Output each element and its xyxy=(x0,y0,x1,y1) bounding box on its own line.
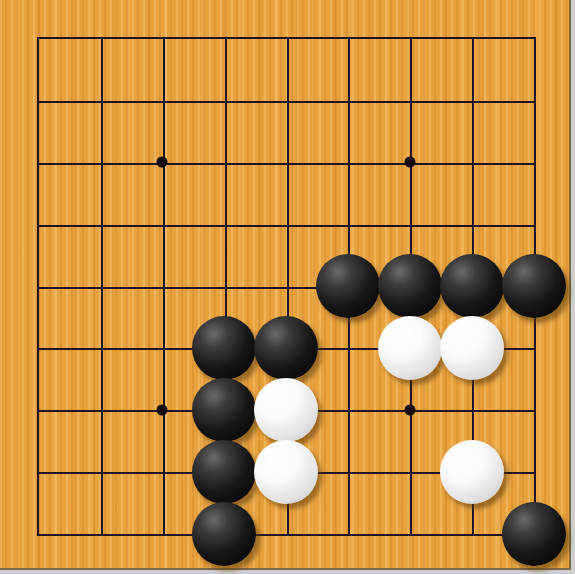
stone-black-cell xyxy=(193,503,255,565)
hoshi-point-cell xyxy=(131,379,193,441)
stone-white xyxy=(254,440,318,504)
go-board[interactable] xyxy=(0,0,575,574)
stone-black-cell xyxy=(193,441,255,503)
stone-white-cell xyxy=(255,441,317,503)
stone-black xyxy=(254,316,318,380)
stone-white xyxy=(440,316,504,380)
stone-white-cell xyxy=(379,317,441,379)
stone-white-cell xyxy=(441,441,503,503)
stone-black-cell xyxy=(193,317,255,379)
stone-black xyxy=(502,254,566,318)
stone-black-cell xyxy=(317,255,379,317)
stone-black xyxy=(502,502,566,566)
stone-white xyxy=(378,316,442,380)
stone-black-cell xyxy=(441,255,503,317)
stone-black xyxy=(316,254,380,318)
hoshi-point xyxy=(157,405,168,416)
stone-black xyxy=(192,316,256,380)
stone-black xyxy=(192,440,256,504)
stone-black xyxy=(192,378,256,442)
stone-black-cell xyxy=(503,255,565,317)
stone-black xyxy=(192,502,256,566)
hoshi-point xyxy=(157,157,168,168)
stone-black-cell xyxy=(193,379,255,441)
hoshi-point xyxy=(405,157,416,168)
stone-black-cell xyxy=(379,255,441,317)
stone-white xyxy=(254,378,318,442)
stone-white xyxy=(440,440,504,504)
stone-black-cell xyxy=(503,503,565,565)
stone-black-cell xyxy=(255,317,317,379)
points-layer xyxy=(7,7,565,565)
stone-black xyxy=(378,254,442,318)
hoshi-point-cell xyxy=(379,131,441,193)
stone-white-cell xyxy=(255,379,317,441)
stone-white-cell xyxy=(441,317,503,379)
hoshi-point-cell xyxy=(379,379,441,441)
hoshi-point-cell xyxy=(131,131,193,193)
hoshi-point xyxy=(405,405,416,416)
stone-black xyxy=(440,254,504,318)
